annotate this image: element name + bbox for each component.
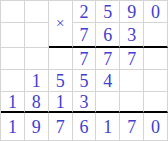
cell-r1c4: 6 (96, 23, 120, 48)
cell-r5c3: 6 (73, 113, 97, 141)
cell-r0c3: 2 (73, 1, 97, 23)
cell-r4c5 (120, 92, 144, 113)
cell-r0c1 (25, 1, 49, 23)
cell-r4c6 (144, 92, 168, 113)
cell-r4c0: 1 (1, 92, 25, 113)
cell-r5c0: 1 (1, 113, 25, 141)
multiply-sign: × (49, 1, 73, 48)
cell-r0c5: 9 (120, 1, 144, 23)
cell-r5c6: 0 (144, 113, 168, 141)
cell-r3c6 (144, 70, 168, 92)
cell-r4c2: 1 (49, 92, 73, 113)
cell-r3c2: 5 (49, 70, 73, 92)
cell-r2c0 (1, 48, 25, 70)
cell-r1c5: 3 (120, 23, 144, 48)
cell-r3c3: 5 (73, 70, 97, 92)
cell-r5c2: 7 (49, 113, 73, 141)
cell-r5c1: 9 (25, 113, 49, 141)
cell-r5c5: 7 (120, 113, 144, 141)
multiplication-grid: ×2590763777155418131976170 (0, 0, 168, 141)
cell-r1c1 (25, 23, 49, 48)
cell-r3c5 (120, 70, 144, 92)
cell-r2c1 (25, 48, 49, 70)
cell-r4c3: 3 (73, 92, 97, 113)
cell-r2c6 (144, 48, 168, 70)
cell-r3c1: 1 (25, 70, 49, 92)
cell-r3c0 (1, 70, 25, 92)
cell-r3c4: 4 (96, 70, 120, 92)
cell-r0c6: 0 (144, 1, 168, 23)
cell-r4c4 (96, 92, 120, 113)
cell-r2c4: 7 (96, 48, 120, 70)
cell-r1c3: 7 (73, 23, 97, 48)
cell-r1c0 (1, 23, 25, 48)
cell-r2c2 (49, 48, 73, 70)
cell-r5c4: 1 (96, 113, 120, 141)
cell-r2c3: 7 (73, 48, 97, 70)
cell-r1c6 (144, 23, 168, 48)
cell-r0c0 (1, 1, 25, 23)
cell-r0c4: 5 (96, 1, 120, 23)
cell-r2c5: 7 (120, 48, 144, 70)
cell-r4c1: 8 (25, 92, 49, 113)
